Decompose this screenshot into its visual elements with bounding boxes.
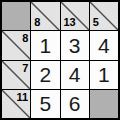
block-cell <box>2 2 30 30</box>
entry-cell[interactable]: 3 <box>61 31 89 59</box>
down-clue: 13 <box>64 17 76 28</box>
entry-cell[interactable]: 1 <box>31 31 59 59</box>
entry-cell[interactable]: 5 <box>31 90 59 118</box>
block-cell <box>90 90 118 118</box>
clue-cell: 8 <box>31 2 59 30</box>
entry-value: 4 <box>98 35 110 56</box>
entry-cell[interactable]: 1 <box>90 61 118 89</box>
across-clue: 8 <box>22 33 28 44</box>
across-clue: 11 <box>17 92 29 103</box>
entry-value: 1 <box>98 64 110 85</box>
kakuro-board: 8135813472411156 <box>0 0 120 120</box>
entry-cell[interactable]: 4 <box>61 61 89 89</box>
down-clue: 8 <box>34 17 40 28</box>
entry-value: 4 <box>69 64 81 85</box>
entry-value: 1 <box>40 35 52 56</box>
entry-value: 6 <box>69 93 81 114</box>
clue-cell: 8 <box>2 31 30 59</box>
entry-value: 2 <box>40 64 52 85</box>
clue-cell: 5 <box>90 2 118 30</box>
across-clue: 7 <box>22 63 28 74</box>
entry-value: 5 <box>40 93 52 114</box>
clue-cell: 11 <box>2 90 30 118</box>
entry-cell[interactable]: 6 <box>61 90 89 118</box>
down-clue: 5 <box>93 17 99 28</box>
entry-value: 3 <box>69 35 81 56</box>
clue-cell: 7 <box>2 61 30 89</box>
entry-cell[interactable]: 2 <box>31 61 59 89</box>
clue-cell: 13 <box>61 2 89 30</box>
entry-cell[interactable]: 4 <box>90 31 118 59</box>
